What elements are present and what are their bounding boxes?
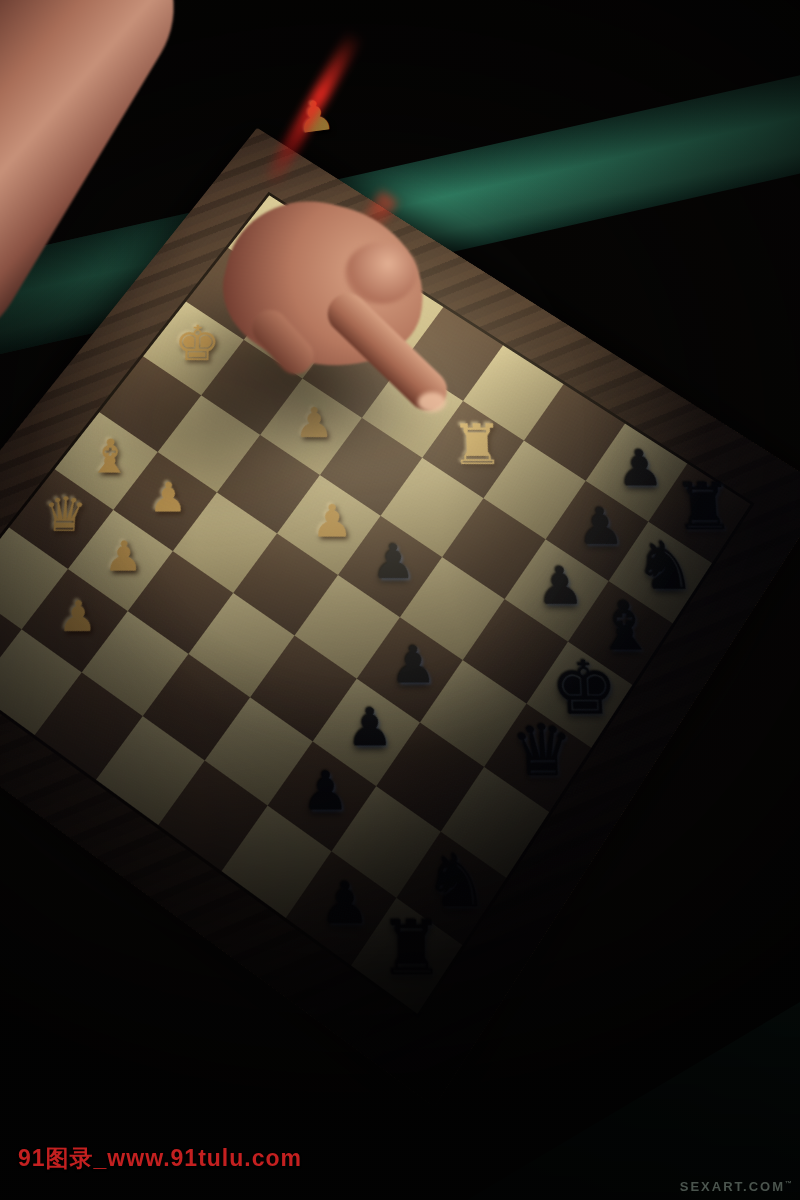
fingertip-highlight (418, 392, 446, 412)
piece-black-rook-a8[interactable]: ♜ (379, 910, 445, 985)
watermark-sexart: SEXART.COM™ (680, 1179, 792, 1194)
piece-black-pawn-h7[interactable]: ♟ (615, 443, 664, 493)
piece-white-queen-c1[interactable]: ♛ (41, 490, 88, 538)
watermark-sexart-text: SEXART.COM (680, 1179, 785, 1194)
piece-black-pawn-g7[interactable]: ♟ (576, 500, 625, 551)
piece-white-rook-g5[interactable]: ♜ (450, 416, 504, 472)
piece-black-pawn-b6[interactable]: ♟ (302, 764, 350, 818)
scene: ♟ ♚♛♝♜♜♟♟♟♟♟♟♜♞♛♚♝♞♜♟♟♟♟♟♟♟♟ 91图录_www.91… (0, 0, 800, 1200)
piece-white-pawn-c2[interactable]: ♟ (103, 535, 143, 577)
piece-black-pawn-d6[interactable]: ♟ (390, 639, 437, 690)
piece-black-pawn-f7[interactable]: ♟ (535, 559, 585, 611)
piece-white-pawn-b2[interactable]: ♟ (57, 595, 98, 638)
piece-black-pawn-c6[interactable]: ♟ (346, 701, 393, 753)
piece-black-pawn-a7[interactable]: ♟ (320, 873, 371, 931)
watermark-trademark: ™ (785, 1180, 792, 1187)
piece-black-queen-d8[interactable]: ♛ (510, 715, 575, 785)
piece-white-pawn-e4[interactable]: ♟ (311, 498, 353, 543)
watermark-91tulu: 91图录_www.91tulu.com (18, 1143, 302, 1174)
piece-black-pawn-e5[interactable]: ♟ (371, 538, 415, 586)
